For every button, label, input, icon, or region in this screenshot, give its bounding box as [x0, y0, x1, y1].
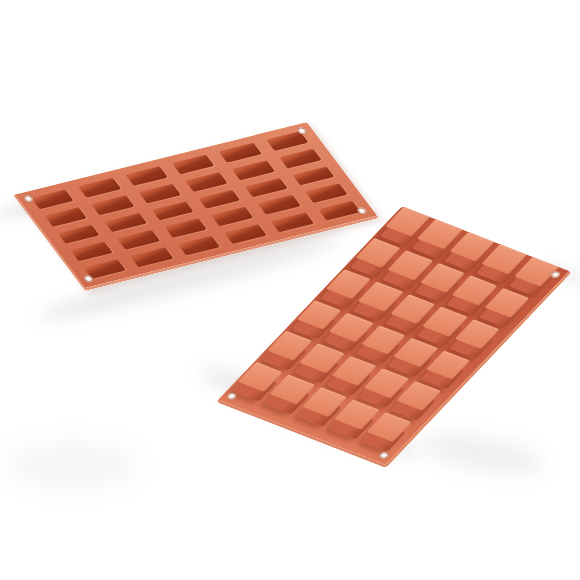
mold-cavity — [71, 242, 114, 262]
mold-cavity — [151, 201, 194, 221]
mold-cavity — [44, 207, 87, 227]
mold-cavity — [245, 178, 288, 198]
mold-cavity — [125, 166, 168, 186]
mold-cavity — [104, 213, 147, 233]
corner-hole — [377, 451, 390, 460]
mold-cavity — [232, 160, 275, 180]
mold-cavity — [131, 248, 174, 268]
product-photo — [0, 0, 580, 580]
faint-floor-shadow — [8, 443, 138, 487]
mold-cavity — [305, 184, 348, 204]
mold-bump — [361, 422, 406, 452]
mold-cavity — [78, 178, 121, 198]
mold-cavity — [198, 189, 241, 209]
mold-cavity — [185, 172, 228, 192]
mold-cavity — [58, 224, 101, 244]
mold-cavity — [292, 166, 335, 186]
mold-cavity — [258, 195, 301, 215]
shadow-under-bottom-mold-tip — [418, 427, 547, 480]
mold-cavity — [138, 184, 181, 204]
mold-cavity — [172, 155, 215, 175]
mold-cavity — [177, 236, 220, 256]
mold-cavity — [31, 190, 74, 210]
mold-cavity — [219, 143, 262, 163]
mold-cavity — [279, 149, 322, 169]
mold-cavity — [164, 219, 207, 239]
mold-cavity — [224, 224, 267, 244]
mold-cavity — [271, 213, 314, 233]
mold-cavity — [117, 230, 160, 250]
mold-cavity — [318, 201, 361, 221]
mold-cavity — [211, 207, 254, 227]
cavity-grid — [31, 131, 360, 279]
mold-cavity — [91, 195, 134, 215]
corner-hole — [356, 207, 369, 215]
corner-hole — [22, 195, 35, 203]
